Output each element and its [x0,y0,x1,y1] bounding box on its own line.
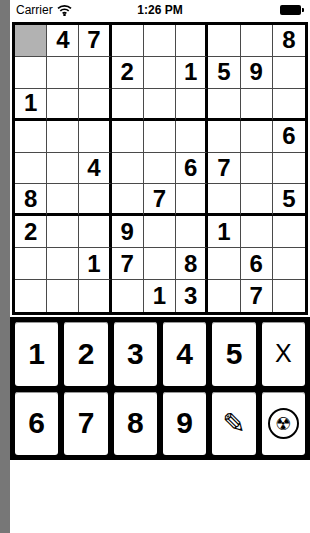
cell-r8c6[interactable]: 8 [176,248,208,280]
battery-icon [280,5,304,15]
cell-r7c2[interactable] [47,216,79,248]
cell-r8c3[interactable]: 1 [79,248,111,280]
cell-r2c8[interactable]: 9 [241,57,273,89]
cell-r6c1[interactable]: 8 [15,184,47,216]
cell-r6c4[interactable] [112,184,144,216]
cell-r3c4[interactable] [112,89,144,121]
cell-r2c2[interactable] [47,57,79,89]
cell-r2c5[interactable] [144,57,176,89]
cell-r8c2[interactable] [47,248,79,280]
cell-r1c8[interactable] [241,25,273,57]
key-7[interactable]: 7 [64,392,107,456]
cell-r4c1[interactable] [15,121,47,153]
key-6[interactable]: 6 [15,392,58,456]
cell-r2c7[interactable]: 5 [208,57,240,89]
cell-r4c4[interactable] [112,121,144,153]
cell-r7c8[interactable] [241,216,273,248]
cell-r5c6[interactable]: 6 [176,153,208,185]
cell-r5c1[interactable] [15,153,47,185]
cell-r2c3[interactable] [79,57,111,89]
cell-r1c5[interactable] [144,25,176,57]
cell-r3c8[interactable] [241,89,273,121]
trefoil-icon: ☢ [268,408,299,439]
key-pencil-button[interactable]: ✎ [212,392,255,456]
key-8[interactable]: 8 [114,392,157,456]
cell-r9c5[interactable]: 1 [144,280,176,312]
cell-r6c7[interactable] [208,184,240,216]
cell-r3c1[interactable]: 1 [15,89,47,121]
cell-r3c9[interactable] [273,89,305,121]
cell-r7c9[interactable] [273,216,305,248]
cell-r5c9[interactable] [273,153,305,185]
status-bar: Carrier 1:26 PM [10,0,310,20]
cell-r2c1[interactable] [15,57,47,89]
cell-r6c9[interactable]: 5 [273,184,305,216]
cell-r8c1[interactable] [15,248,47,280]
cell-r7c1[interactable]: 2 [15,216,47,248]
key-5[interactable]: 5 [212,322,255,386]
key-3[interactable]: 3 [114,322,157,386]
key-erase-button[interactable]: X [262,322,305,386]
cell-r7c3[interactable] [79,216,111,248]
cell-r1c4[interactable] [112,25,144,57]
cell-r3c2[interactable] [47,89,79,121]
cell-r1c1[interactable] [15,25,47,57]
cell-r1c9[interactable]: 8 [273,25,305,57]
cell-r5c5[interactable] [144,153,176,185]
cell-r1c3[interactable]: 7 [79,25,111,57]
cell-r6c8[interactable] [241,184,273,216]
cell-r8c9[interactable] [273,248,305,280]
cell-r6c3[interactable] [79,184,111,216]
cell-r9c8[interactable]: 7 [241,280,273,312]
carrier-label: Carrier [16,3,53,17]
cell-r9c4[interactable] [112,280,144,312]
cell-r7c4[interactable]: 9 [112,216,144,248]
wifi-icon [57,5,72,16]
cell-r7c7[interactable]: 1 [208,216,240,248]
cell-r9c2[interactable] [47,280,79,312]
cell-r4c6[interactable] [176,121,208,153]
key-trefoil-button[interactable]: ☢ [262,392,305,456]
cell-r1c2[interactable]: 4 [47,25,79,57]
cell-r8c5[interactable] [144,248,176,280]
cell-r9c6[interactable]: 3 [176,280,208,312]
cell-r5c7[interactable]: 7 [208,153,240,185]
cell-r9c3[interactable] [79,280,111,312]
cell-r4c9[interactable]: 6 [273,121,305,153]
cell-r6c5[interactable]: 7 [144,184,176,216]
cell-r8c7[interactable] [208,248,240,280]
cell-r1c6[interactable] [176,25,208,57]
cell-r2c6[interactable]: 1 [176,57,208,89]
cell-r7c5[interactable] [144,216,176,248]
cell-r4c3[interactable] [79,121,111,153]
cell-r3c3[interactable] [79,89,111,121]
cell-r5c3[interactable]: 4 [79,153,111,185]
cell-r8c4[interactable]: 7 [112,248,144,280]
key-1[interactable]: 1 [15,322,58,386]
cell-r2c4[interactable]: 2 [112,57,144,89]
key-2[interactable]: 2 [64,322,107,386]
cell-r6c6[interactable] [176,184,208,216]
cell-r3c6[interactable] [176,89,208,121]
sudoku-board: 4782159164678752911786137 [12,22,308,315]
cell-r3c7[interactable] [208,89,240,121]
cell-r5c8[interactable] [241,153,273,185]
cell-r5c4[interactable] [112,153,144,185]
cell-r9c9[interactable] [273,280,305,312]
cell-r4c7[interactable] [208,121,240,153]
cell-r2c9[interactable] [273,57,305,89]
cell-r8c8[interactable]: 6 [241,248,273,280]
keypad: 12345X6789✎☢ [10,317,310,460]
key-4[interactable]: 4 [163,322,206,386]
cell-r4c8[interactable] [241,121,273,153]
cell-r5c2[interactable] [47,153,79,185]
cell-r3c5[interactable] [144,89,176,121]
cell-r4c2[interactable] [47,121,79,153]
cell-r7c6[interactable] [176,216,208,248]
key-9[interactable]: 9 [163,392,206,456]
cell-r9c7[interactable] [208,280,240,312]
cell-r9c1[interactable] [15,280,47,312]
app-window: Carrier 1:26 PM 478215916467875291178613… [10,0,310,533]
cell-r1c7[interactable] [208,25,240,57]
cell-r4c5[interactable] [144,121,176,153]
cell-r6c2[interactable] [47,184,79,216]
